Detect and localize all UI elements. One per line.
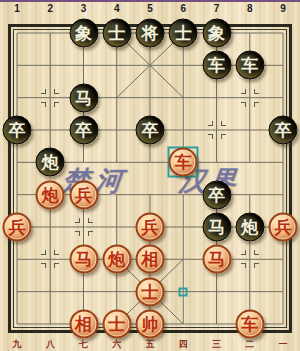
- piece-red-advisor[interactable]: 士: [136, 277, 165, 306]
- piece-black-soldier[interactable]: 卒: [269, 115, 298, 144]
- rank-label: 八: [46, 338, 55, 351]
- piece-red-horse[interactable]: 马: [202, 245, 231, 274]
- rank-label: 三: [212, 338, 221, 351]
- rank-label: 二: [245, 338, 254, 351]
- piece-red-cannon[interactable]: 炮: [36, 180, 65, 209]
- file-label: 7: [214, 3, 220, 14]
- piece-red-soldier[interactable]: 兵: [269, 212, 298, 241]
- rank-label: 四: [179, 338, 188, 351]
- piece-red-chariot[interactable]: 车: [235, 309, 264, 338]
- piece-black-soldier[interactable]: 卒: [202, 180, 231, 209]
- file-label: 9: [280, 3, 286, 14]
- piece-red-advisor[interactable]: 士: [102, 309, 131, 338]
- xiangqi-board[interactable]: 楚河 汉界 123456789九八七六五四三二一 象士将士象车车马卒卒卒卒炮车炮…: [0, 0, 300, 351]
- piece-red-soldier[interactable]: 兵: [136, 212, 165, 241]
- file-label: 3: [81, 3, 87, 14]
- rank-label: 七: [79, 338, 88, 351]
- piece-black-advisor[interactable]: 士: [169, 19, 198, 48]
- piece-black-cannon[interactable]: 炮: [36, 148, 65, 177]
- piece-black-soldier[interactable]: 卒: [136, 115, 165, 144]
- piece-red-chariot[interactable]: 车: [169, 148, 198, 177]
- rank-label: 九: [13, 338, 22, 351]
- piece-red-soldier[interactable]: 兵: [69, 180, 98, 209]
- file-label: 4: [114, 3, 120, 14]
- piece-black-chariot[interactable]: 车: [202, 51, 231, 80]
- piece-black-general[interactable]: 将: [136, 19, 165, 48]
- piece-black-soldier[interactable]: 卒: [3, 115, 32, 144]
- piece-black-horse[interactable]: 马: [202, 212, 231, 241]
- piece-red-soldier[interactable]: 兵: [3, 212, 32, 241]
- piece-black-soldier[interactable]: 卒: [69, 115, 98, 144]
- file-label: 5: [147, 3, 153, 14]
- piece-red-horse[interactable]: 马: [69, 245, 98, 274]
- piece-red-cannon[interactable]: 炮: [102, 245, 131, 274]
- last-move-origin-marker: [179, 287, 188, 296]
- file-label: 1: [14, 3, 20, 14]
- file-label: 6: [180, 3, 186, 14]
- rank-label: 一: [279, 338, 288, 351]
- piece-red-elephant[interactable]: 相: [69, 309, 98, 338]
- file-label: 8: [247, 3, 253, 14]
- piece-black-elephant[interactable]: 象: [69, 19, 98, 48]
- rank-label: 五: [146, 338, 155, 351]
- file-label: 2: [47, 3, 53, 14]
- piece-black-cannon[interactable]: 炮: [235, 212, 264, 241]
- piece-black-elephant[interactable]: 象: [202, 19, 231, 48]
- piece-black-chariot[interactable]: 车: [235, 51, 264, 80]
- rank-label: 六: [112, 338, 121, 351]
- piece-black-advisor[interactable]: 士: [102, 19, 131, 48]
- piece-red-general[interactable]: 帅: [136, 309, 165, 338]
- piece-black-horse[interactable]: 马: [69, 83, 98, 112]
- piece-red-elephant[interactable]: 相: [136, 245, 165, 274]
